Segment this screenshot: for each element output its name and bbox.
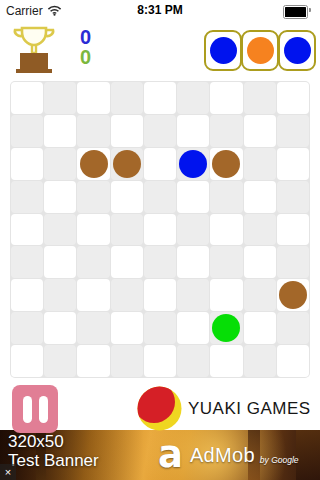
piece-brown[interactable] [212,150,240,178]
board-cell[interactable] [210,214,242,246]
next-piece [284,37,311,64]
board-cell[interactable] [77,345,109,377]
pause-button[interactable] [12,385,58,433]
board-cell[interactable] [210,246,242,278]
app-screen: Carrier 8:31 PM 0 0 [0,0,320,480]
board-cell[interactable] [44,148,76,180]
board-cell[interactable] [44,214,76,246]
board-cell[interactable] [177,345,209,377]
board-cell[interactable] [244,148,276,180]
clock: 8:31 PM [0,3,320,17]
board-cell[interactable] [111,279,143,311]
board-cell[interactable] [111,148,143,180]
next-piece [210,37,237,64]
board-cell[interactable] [277,279,309,311]
board-cell[interactable] [144,148,176,180]
board-cell[interactable] [77,214,109,246]
board-cell[interactable] [111,181,143,213]
board-cell[interactable] [11,82,43,114]
board-cell[interactable] [244,115,276,147]
piece-brown[interactable] [80,150,108,178]
board-cell[interactable] [210,279,242,311]
ad-close-button[interactable]: × [0,464,16,480]
piece-brown[interactable] [279,281,307,309]
board-cell[interactable] [210,312,242,344]
trophy-icon [12,26,56,74]
board-cell[interactable] [44,345,76,377]
next-piece-slot [241,30,279,71]
board-cell[interactable] [244,279,276,311]
board-cell[interactable] [11,279,43,311]
board-cell[interactable] [144,312,176,344]
board-cell[interactable] [11,345,43,377]
board [10,81,310,378]
admob-wordmark: AdMob [190,444,255,467]
board-cell[interactable] [11,115,43,147]
ad-size-label: 320x50 [8,432,99,451]
piece-brown[interactable] [113,150,141,178]
board-cell[interactable] [244,214,276,246]
score-green: 0 [80,47,91,67]
board-cell[interactable] [144,279,176,311]
board-cell[interactable] [77,115,109,147]
score-panel: 0 0 [80,27,91,67]
board-cell[interactable] [44,246,76,278]
board-cell[interactable] [177,312,209,344]
board-cell[interactable] [44,82,76,114]
board-cell[interactable] [111,312,143,344]
next-piece [247,37,274,64]
board-cell[interactable] [77,279,109,311]
board-cell[interactable] [144,115,176,147]
board-cell[interactable] [177,214,209,246]
pause-bar [23,396,32,423]
board-cell[interactable] [177,246,209,278]
board-cell[interactable] [244,181,276,213]
board-cell[interactable] [77,246,109,278]
board-cell[interactable] [210,181,242,213]
board-cell[interactable] [144,345,176,377]
brand-name: YUAKI GAMES [188,399,311,419]
score-blue: 0 [80,27,91,47]
next-pieces-box [205,30,316,71]
ad-banner-label: Test Banner [8,451,99,470]
board-cell[interactable] [11,148,43,180]
piece-green[interactable] [212,314,240,342]
ad-test-label: 320x50 Test Banner [8,432,99,470]
board-cell[interactable] [277,148,309,180]
board-cell[interactable] [44,181,76,213]
board-cell[interactable] [277,82,309,114]
board-cell[interactable] [244,312,276,344]
board-cell[interactable] [277,345,309,377]
board-cell[interactable] [44,115,76,147]
board-cell[interactable] [177,115,209,147]
battery-nub [309,8,311,12]
board-cell[interactable] [144,246,176,278]
board-cell[interactable] [11,246,43,278]
board-cell[interactable] [277,312,309,344]
board-cell[interactable] [277,246,309,278]
board-cell[interactable] [111,345,143,377]
next-piece-slot [204,30,242,71]
board-cell[interactable] [11,312,43,344]
pause-bar [39,396,48,423]
next-piece-slot [278,30,316,71]
board-cell[interactable] [244,345,276,377]
board-cell[interactable] [177,181,209,213]
board-cell[interactable] [11,214,43,246]
board-cell[interactable] [210,115,242,147]
board-cell[interactable] [111,214,143,246]
board-cell[interactable] [111,246,143,278]
board-cell[interactable] [177,148,209,180]
admob-a-icon: a [158,430,183,480]
board-cell[interactable] [244,246,276,278]
board-cell[interactable] [177,82,209,114]
board-cell[interactable] [144,214,176,246]
board-cell[interactable] [144,82,176,114]
admob-byline: by Google [260,455,299,465]
board-cell[interactable] [277,115,309,147]
status-bar: Carrier 8:31 PM [0,0,320,20]
board-cell[interactable] [210,148,242,180]
admob-logo: a AdMob by Google [158,430,299,480]
board-cell[interactable] [11,181,43,213]
board-cell[interactable] [77,312,109,344]
board-cell[interactable] [111,115,143,147]
board-cell[interactable] [44,279,76,311]
board-cell[interactable] [277,181,309,213]
board-cell[interactable] [44,312,76,344]
board-cell[interactable] [277,214,309,246]
ad-banner[interactable]: 320x50 Test Banner a AdMob by Google × [0,430,320,480]
piece-blue[interactable] [179,150,207,178]
board-cell[interactable] [210,82,242,114]
board-cell[interactable] [77,181,109,213]
board-cell[interactable] [144,181,176,213]
board-cell[interactable] [177,279,209,311]
brand-logo-icon [137,386,182,431]
board-cell[interactable] [210,345,242,377]
board-cell[interactable] [111,82,143,114]
board-cell[interactable] [77,148,109,180]
board-cell[interactable] [244,82,276,114]
board-cell[interactable] [77,82,109,114]
battery-icon [283,5,308,19]
